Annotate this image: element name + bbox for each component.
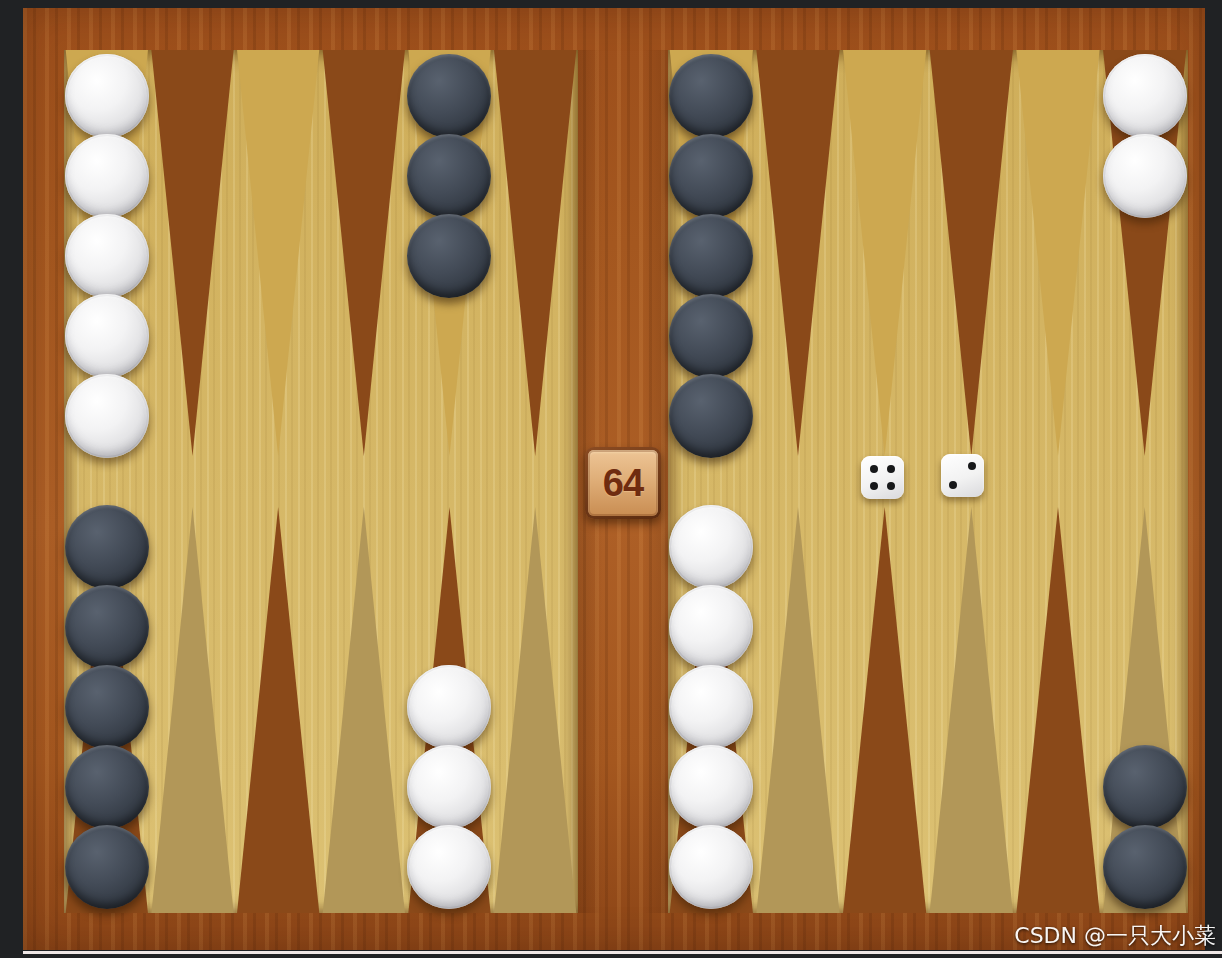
video-progress-bar[interactable] (23, 951, 1222, 954)
checker-white[interactable] (65, 134, 149, 218)
point-triangle (321, 507, 407, 913)
checker-black[interactable] (669, 294, 753, 378)
point-stack (407, 54, 491, 298)
checker-black[interactable] (1103, 745, 1187, 829)
point-stack (65, 54, 149, 458)
point-stack (1103, 745, 1187, 909)
point-triangle (235, 50, 321, 456)
point-24[interactable] (1101, 50, 1188, 456)
point-triangle (928, 507, 1015, 913)
checker-black[interactable] (65, 585, 149, 669)
checker-white[interactable] (65, 294, 149, 378)
checker-white[interactable] (669, 585, 753, 669)
checker-black[interactable] (669, 374, 753, 458)
checker-black[interactable] (407, 134, 491, 218)
die-pip (887, 482, 895, 490)
point-stack (407, 665, 491, 909)
checker-black[interactable] (407, 214, 491, 298)
point-11[interactable] (150, 507, 236, 913)
checker-white[interactable] (669, 745, 753, 829)
point-stack (669, 505, 753, 909)
checker-white[interactable] (407, 665, 491, 749)
point-triangle (1015, 507, 1102, 913)
checker-black[interactable] (65, 825, 149, 909)
checker-white[interactable] (65, 374, 149, 458)
point-5[interactable] (755, 507, 842, 913)
outer-board-bottom-row (64, 507, 578, 913)
checker-black[interactable] (1103, 825, 1187, 909)
checker-white[interactable] (1103, 54, 1187, 138)
point-22[interactable] (928, 50, 1015, 456)
outer-board-top-row (64, 50, 578, 456)
doubling-cube[interactable]: 64 (585, 447, 661, 519)
point-3[interactable] (928, 507, 1015, 913)
point-7[interactable] (492, 507, 578, 913)
point-18[interactable] (492, 50, 578, 456)
point-1[interactable] (1101, 507, 1188, 913)
point-15[interactable] (235, 50, 321, 456)
checker-white[interactable] (669, 505, 753, 589)
point-triangle (1015, 50, 1102, 456)
checker-black[interactable] (669, 54, 753, 138)
point-13[interactable] (64, 50, 150, 456)
point-4[interactable] (841, 507, 928, 913)
doubling-cube-value: 64 (603, 464, 643, 502)
point-triangle (150, 50, 236, 456)
point-16[interactable] (321, 50, 407, 456)
checker-black[interactable] (65, 665, 149, 749)
die-pip (949, 481, 957, 489)
home-board-bottom-row (668, 507, 1188, 913)
checker-white[interactable] (669, 825, 753, 909)
checker-black[interactable] (65, 505, 149, 589)
checker-white[interactable] (669, 665, 753, 749)
home-board-top-row (668, 50, 1188, 456)
die-pip (887, 465, 895, 473)
point-triangle (755, 507, 842, 913)
point-6[interactable] (668, 507, 755, 913)
checker-black[interactable] (407, 54, 491, 138)
point-triangle (321, 50, 407, 456)
point-stack (65, 505, 149, 909)
checker-black[interactable] (669, 214, 753, 298)
point-triangle (841, 507, 928, 913)
point-12[interactable] (64, 507, 150, 913)
point-9[interactable] (321, 507, 407, 913)
watermark: CSDN @一只大小菜 (1014, 921, 1216, 951)
point-triangle (755, 50, 842, 456)
checker-white[interactable] (407, 745, 491, 829)
doubling-cube-face: 64 (588, 450, 658, 516)
point-23[interactable] (1015, 50, 1102, 456)
checker-white[interactable] (65, 54, 149, 138)
point-19[interactable] (668, 50, 755, 456)
point-stack (669, 54, 753, 458)
board-left-half (64, 50, 578, 913)
die-second[interactable] (941, 454, 984, 497)
point-10[interactable] (235, 507, 321, 913)
die-first[interactable] (861, 456, 904, 499)
point-triangle (492, 507, 578, 913)
point-stack (1103, 54, 1187, 218)
point-triangle (841, 50, 928, 456)
point-2[interactable] (1015, 507, 1102, 913)
checker-black[interactable] (669, 134, 753, 218)
checker-white[interactable] (407, 825, 491, 909)
checker-white[interactable] (65, 214, 149, 298)
die-pip (870, 465, 878, 473)
checker-black[interactable] (65, 745, 149, 829)
point-17[interactable] (407, 50, 493, 456)
point-8[interactable] (407, 507, 493, 913)
point-triangle (150, 507, 236, 913)
board-right-half (668, 50, 1188, 913)
die-pip (870, 482, 878, 490)
point-20[interactable] (755, 50, 842, 456)
die-pip (968, 462, 976, 470)
backgammon-screenshot: 64 CSDN @一只大小菜 (0, 0, 1222, 958)
point-triangle (928, 50, 1015, 456)
point-21[interactable] (841, 50, 928, 456)
point-14[interactable] (150, 50, 236, 456)
center-bar: 64 (578, 50, 668, 913)
point-triangle (235, 507, 321, 913)
checker-white[interactable] (1103, 134, 1187, 218)
point-triangle (492, 50, 578, 456)
